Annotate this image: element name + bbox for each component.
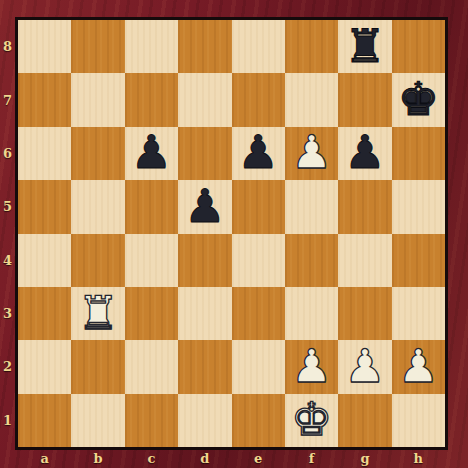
square-e4[interactable] bbox=[232, 234, 285, 287]
square-e7[interactable] bbox=[232, 73, 285, 126]
square-a6[interactable] bbox=[18, 127, 71, 180]
square-g4[interactable] bbox=[338, 234, 391, 287]
square-b2[interactable] bbox=[71, 340, 124, 393]
square-a4[interactable] bbox=[18, 234, 71, 287]
white-pawn-f2[interactable]: ♟ bbox=[291, 343, 332, 389]
square-c1[interactable] bbox=[125, 394, 178, 447]
square-c5[interactable] bbox=[125, 180, 178, 233]
square-h7[interactable]: ♚ bbox=[392, 73, 445, 126]
white-pawn-f6[interactable]: ♟ bbox=[291, 129, 332, 175]
square-g6[interactable]: ♟ bbox=[338, 127, 391, 180]
square-d6[interactable] bbox=[178, 127, 231, 180]
square-h6[interactable] bbox=[392, 127, 445, 180]
rank-labels: 87654321 bbox=[0, 20, 15, 447]
square-b4[interactable] bbox=[71, 234, 124, 287]
square-e1[interactable] bbox=[232, 394, 285, 447]
square-c2[interactable] bbox=[125, 340, 178, 393]
file-label-e: e bbox=[232, 449, 285, 467]
rank-label-7: 7 bbox=[0, 73, 15, 126]
file-label-f: f bbox=[285, 449, 338, 467]
square-f6[interactable]: ♟ bbox=[285, 127, 338, 180]
square-e6[interactable]: ♟ bbox=[232, 127, 285, 180]
square-a7[interactable] bbox=[18, 73, 71, 126]
file-label-d: d bbox=[178, 449, 231, 467]
file-label-a: a bbox=[18, 449, 71, 467]
square-c8[interactable] bbox=[125, 20, 178, 73]
square-d7[interactable] bbox=[178, 73, 231, 126]
file-label-h: h bbox=[392, 449, 445, 467]
square-g2[interactable]: ♟ bbox=[338, 340, 391, 393]
rank-label-2: 2 bbox=[0, 340, 15, 393]
rank-label-1: 1 bbox=[0, 394, 15, 447]
square-f2[interactable]: ♟ bbox=[285, 340, 338, 393]
rank-label-4: 4 bbox=[0, 234, 15, 287]
rank-label-6: 6 bbox=[0, 127, 15, 180]
white-rook-b3[interactable]: ♜ bbox=[77, 290, 118, 336]
square-d5[interactable]: ♟ bbox=[178, 180, 231, 233]
black-rook-g8[interactable]: ♜ bbox=[344, 23, 385, 69]
rank-label-3: 3 bbox=[0, 287, 15, 340]
square-a1[interactable] bbox=[18, 394, 71, 447]
square-e5[interactable] bbox=[232, 180, 285, 233]
square-a3[interactable] bbox=[18, 287, 71, 340]
file-labels: abcdefgh bbox=[18, 449, 445, 467]
square-d1[interactable] bbox=[178, 394, 231, 447]
square-d2[interactable] bbox=[178, 340, 231, 393]
white-pawn-g2[interactable]: ♟ bbox=[344, 343, 385, 389]
square-e8[interactable] bbox=[232, 20, 285, 73]
square-e3[interactable] bbox=[232, 287, 285, 340]
rank-label-8: 8 bbox=[0, 20, 15, 73]
square-f1[interactable]: ♚ bbox=[285, 394, 338, 447]
square-h5[interactable] bbox=[392, 180, 445, 233]
square-a8[interactable] bbox=[18, 20, 71, 73]
square-g1[interactable] bbox=[338, 394, 391, 447]
square-g7[interactable] bbox=[338, 73, 391, 126]
black-pawn-c6[interactable]: ♟ bbox=[131, 129, 172, 175]
square-d3[interactable] bbox=[178, 287, 231, 340]
file-label-c: c bbox=[125, 449, 178, 467]
chessboard-window: ♜♚♟♟♟♟♟♜♟♟♟♚ 87654321 abcdefgh bbox=[0, 0, 468, 468]
white-pawn-h2[interactable]: ♟ bbox=[398, 343, 439, 389]
square-h8[interactable] bbox=[392, 20, 445, 73]
black-pawn-g6[interactable]: ♟ bbox=[344, 129, 385, 175]
white-king-f1[interactable]: ♚ bbox=[291, 396, 332, 442]
square-f3[interactable] bbox=[285, 287, 338, 340]
square-d8[interactable] bbox=[178, 20, 231, 73]
square-f4[interactable] bbox=[285, 234, 338, 287]
square-f8[interactable] bbox=[285, 20, 338, 73]
black-king-h7[interactable]: ♚ bbox=[398, 76, 439, 122]
square-d4[interactable] bbox=[178, 234, 231, 287]
file-label-b: b bbox=[71, 449, 124, 467]
square-f7[interactable] bbox=[285, 73, 338, 126]
square-f5[interactable] bbox=[285, 180, 338, 233]
black-pawn-d5[interactable]: ♟ bbox=[184, 183, 225, 229]
square-b1[interactable] bbox=[71, 394, 124, 447]
square-b3[interactable]: ♜ bbox=[71, 287, 124, 340]
square-b7[interactable] bbox=[71, 73, 124, 126]
square-a5[interactable] bbox=[18, 180, 71, 233]
black-pawn-e6[interactable]: ♟ bbox=[238, 129, 279, 175]
square-h4[interactable] bbox=[392, 234, 445, 287]
square-c6[interactable]: ♟ bbox=[125, 127, 178, 180]
square-b6[interactable] bbox=[71, 127, 124, 180]
square-g8[interactable]: ♜ bbox=[338, 20, 391, 73]
square-e2[interactable] bbox=[232, 340, 285, 393]
chess-board: ♜♚♟♟♟♟♟♜♟♟♟♚ bbox=[15, 17, 448, 450]
square-h3[interactable] bbox=[392, 287, 445, 340]
rank-label-5: 5 bbox=[0, 180, 15, 233]
file-label-g: g bbox=[338, 449, 391, 467]
square-h1[interactable] bbox=[392, 394, 445, 447]
square-c3[interactable] bbox=[125, 287, 178, 340]
square-g5[interactable] bbox=[338, 180, 391, 233]
square-b8[interactable] bbox=[71, 20, 124, 73]
square-a2[interactable] bbox=[18, 340, 71, 393]
square-c7[interactable] bbox=[125, 73, 178, 126]
square-g3[interactable] bbox=[338, 287, 391, 340]
square-h2[interactable]: ♟ bbox=[392, 340, 445, 393]
square-b5[interactable] bbox=[71, 180, 124, 233]
square-c4[interactable] bbox=[125, 234, 178, 287]
